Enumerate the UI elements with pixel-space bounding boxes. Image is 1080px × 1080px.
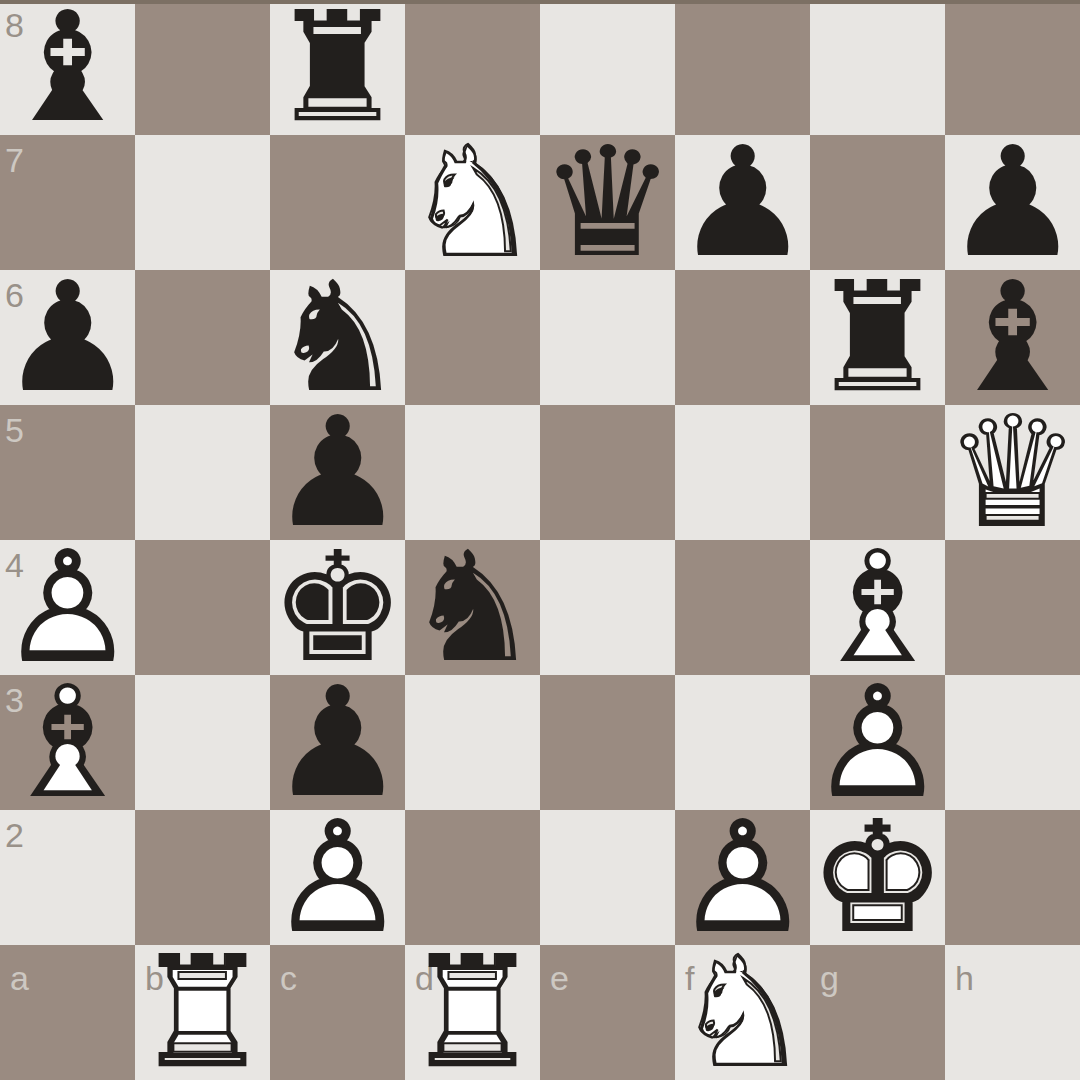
square-b7[interactable] [135,135,270,270]
square-a6[interactable]: 6♟ [0,270,135,405]
square-h7[interactable]: ♟ [945,135,1080,270]
piece-glyph: ♞ [405,540,540,675]
black-pawn-f7[interactable]: ♟ [675,135,810,270]
square-g7[interactable] [810,135,945,270]
white-king-g2[interactable]: ♚♔ [810,810,945,945]
square-e2[interactable] [540,810,675,945]
square-a7[interactable]: 7 [0,135,135,270]
rank-label-7: 7 [5,143,24,177]
piece-outline-glyph: ♘ [405,135,540,270]
black-bishop-a8[interactable]: ♝ [0,0,135,135]
square-g3[interactable]: ♟♙ [810,675,945,810]
piece-glyph: ♝ [945,270,1080,405]
square-h2[interactable] [945,810,1080,945]
piece-outline-glyph: ♖ [405,945,540,1080]
piece-glyph: ♟ [270,405,405,540]
file-label-a: a [10,961,29,995]
piece-glyph: ♟ [675,135,810,270]
square-d3[interactable] [405,675,540,810]
piece-outline-glyph: ♕ [945,405,1080,540]
black-knight-d4[interactable]: ♞ [405,540,540,675]
piece-outline-glyph: ♗ [0,675,135,810]
square-h1[interactable]: h [945,945,1080,1080]
black-knight-c6[interactable]: ♞ [270,270,405,405]
file-label-e: e [550,961,569,995]
square-c6[interactable]: ♞ [270,270,405,405]
square-c2[interactable]: ♟♙ [270,810,405,945]
square-g2[interactable]: ♚♔ [810,810,945,945]
white-bishop-a3[interactable]: ♝♗ [0,675,135,810]
piece-glyph: ♝ [810,540,945,675]
piece-glyph: ♝ [0,675,135,810]
square-h3[interactable] [945,675,1080,810]
piece-outline-glyph: ♔ [810,810,945,945]
black-pawn-h7[interactable]: ♟ [945,135,1080,270]
board-top-edge [0,0,1080,4]
white-knight-d7[interactable]: ♞♘ [405,135,540,270]
black-bishop-h6[interactable]: ♝ [945,270,1080,405]
black-rook-g6[interactable]: ♜ [810,270,945,405]
square-f6[interactable] [675,270,810,405]
piece-glyph: ♜ [405,945,540,1080]
piece-glyph: ♜ [270,0,405,135]
square-e8[interactable] [540,0,675,135]
piece-outline-glyph: ♙ [0,540,135,675]
white-pawn-c2[interactable]: ♟♙ [270,810,405,945]
square-b5[interactable] [135,405,270,540]
piece-glyph: ♛ [540,135,675,270]
piece-glyph: ♞ [270,270,405,405]
piece-glyph: ♛ [945,405,1080,540]
square-e3[interactable] [540,675,675,810]
square-f8[interactable] [675,0,810,135]
square-f1[interactable]: f♞♘ [675,945,810,1080]
piece-glyph: ♚ [810,810,945,945]
piece-glyph: ♞ [405,135,540,270]
square-d2[interactable] [405,810,540,945]
square-g6[interactable]: ♜ [810,270,945,405]
piece-glyph: ♜ [810,270,945,405]
piece-glyph: ♟ [0,540,135,675]
square-d5[interactable] [405,405,540,540]
piece-glyph: ♟ [0,270,135,405]
chess-board: 8♝♜7♞♘♛♟♟6♟♞♜♝5♟♛♕4♟♙♚♞♝♗3♝♗♟♟♙2♟♙♟♙♚♔ab… [0,0,1080,1080]
rank-label-2: 2 [5,818,24,852]
piece-glyph: ♟ [270,810,405,945]
square-e1[interactable]: e [540,945,675,1080]
square-a5[interactable]: 5 [0,405,135,540]
piece-outline-glyph: ♖ [135,945,270,1080]
square-e4[interactable] [540,540,675,675]
square-c4[interactable]: ♚ [270,540,405,675]
rank-label-5: 5 [5,413,24,447]
square-b6[interactable] [135,270,270,405]
black-pawn-a6[interactable]: ♟ [0,270,135,405]
piece-glyph: ♞ [675,945,810,1080]
square-d6[interactable] [405,270,540,405]
piece-outline-glyph: ♗ [810,540,945,675]
square-a4[interactable]: 4♟♙ [0,540,135,675]
square-c5[interactable]: ♟ [270,405,405,540]
square-a1[interactable]: a [0,945,135,1080]
piece-outline-glyph: ♙ [675,810,810,945]
square-f5[interactable] [675,405,810,540]
square-c8[interactable]: ♜ [270,0,405,135]
piece-glyph: ♚ [270,540,405,675]
black-king-c4[interactable]: ♚ [270,540,405,675]
square-g8[interactable] [810,0,945,135]
piece-glyph: ♟ [270,675,405,810]
white-queen-h5[interactable]: ♛♕ [945,405,1080,540]
piece-glyph: ♝ [0,0,135,135]
square-c1[interactable]: c [270,945,405,1080]
white-pawn-f2[interactable]: ♟♙ [675,810,810,945]
square-b3[interactable] [135,675,270,810]
white-pawn-a4[interactable]: ♟♙ [0,540,135,675]
square-c3[interactable]: ♟ [270,675,405,810]
white-rook-b1[interactable]: ♜♖ [135,945,270,1080]
piece-glyph: ♟ [675,810,810,945]
piece-outline-glyph: ♙ [270,810,405,945]
square-b2[interactable] [135,810,270,945]
square-d4[interactable]: ♞ [405,540,540,675]
square-e5[interactable] [540,405,675,540]
file-label-c: c [280,961,297,995]
square-g1[interactable]: g [810,945,945,1080]
black-queen-e7[interactable]: ♛ [540,135,675,270]
square-h8[interactable] [945,0,1080,135]
piece-glyph: ♟ [810,675,945,810]
white-pawn-g3[interactable]: ♟♙ [810,675,945,810]
square-h6[interactable]: ♝ [945,270,1080,405]
black-rook-c8[interactable]: ♜ [270,0,405,135]
square-d7[interactable]: ♞♘ [405,135,540,270]
square-f2[interactable]: ♟♙ [675,810,810,945]
square-g4[interactable]: ♝♗ [810,540,945,675]
square-e7[interactable]: ♛ [540,135,675,270]
square-h5[interactable]: ♛♕ [945,405,1080,540]
square-d8[interactable] [405,0,540,135]
white-rook-d1[interactable]: ♜♖ [405,945,540,1080]
square-d1[interactable]: d♜♖ [405,945,540,1080]
white-bishop-g4[interactable]: ♝♗ [810,540,945,675]
square-g5[interactable] [810,405,945,540]
white-knight-f1[interactable]: ♞♘ [675,945,810,1080]
piece-glyph: ♜ [135,945,270,1080]
piece-glyph: ♟ [945,135,1080,270]
square-f3[interactable] [675,675,810,810]
square-c7[interactable] [270,135,405,270]
square-f4[interactable] [675,540,810,675]
black-pawn-c5[interactable]: ♟ [270,405,405,540]
square-b1[interactable]: b♜♖ [135,945,270,1080]
black-pawn-c3[interactable]: ♟ [270,675,405,810]
file-label-h: h [955,961,974,995]
square-e6[interactable] [540,270,675,405]
square-h4[interactable] [945,540,1080,675]
piece-outline-glyph: ♘ [675,945,810,1080]
piece-outline-glyph: ♙ [810,675,945,810]
square-a2[interactable]: 2 [0,810,135,945]
square-f7[interactable]: ♟ [675,135,810,270]
square-b4[interactable] [135,540,270,675]
square-a3[interactable]: 3♝♗ [0,675,135,810]
square-b8[interactable] [135,0,270,135]
file-label-g: g [820,961,839,995]
square-a8[interactable]: 8♝ [0,0,135,135]
